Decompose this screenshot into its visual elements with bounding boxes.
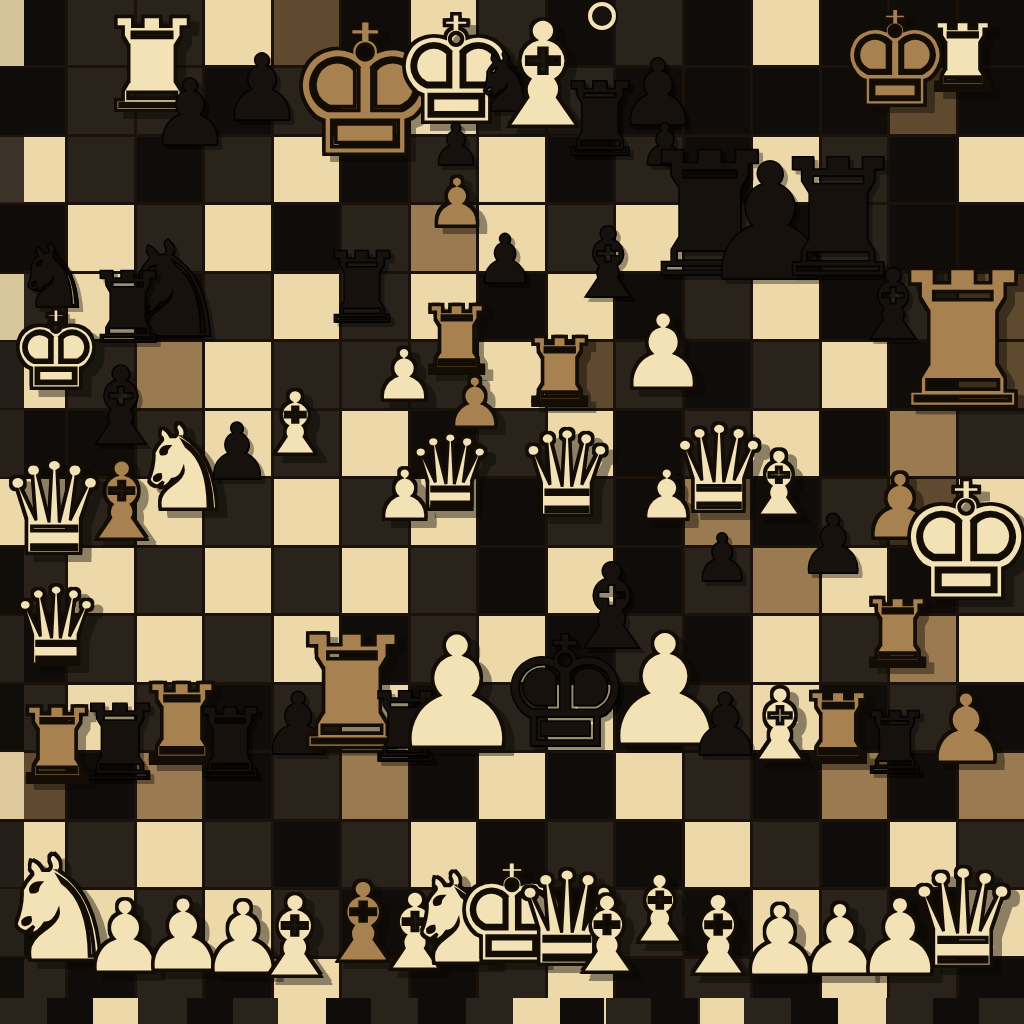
cream-pawn[interactable]: ♟ <box>374 460 437 530</box>
cream-rook[interactable]: ♜ <box>921 11 1005 105</box>
black-rook[interactable]: ♜ <box>318 239 406 337</box>
tan-pawn[interactable]: ♟ <box>923 681 1009 777</box>
cream-queen[interactable]: ♛ <box>8 573 105 681</box>
cream-bishop[interactable]: ♝ <box>256 380 335 468</box>
black-rook[interactable]: ♜ <box>84 259 172 357</box>
black-bishop[interactable]: ♝ <box>849 256 937 354</box>
cream-queen[interactable]: ♛ <box>514 415 620 533</box>
ring-ornament-icon <box>588 2 616 30</box>
cream-pawn[interactable]: ♟ <box>372 339 437 411</box>
cream-pawn[interactable]: ♟ <box>616 300 709 404</box>
chess-illustration: ♜♟♟♚♚♞♝♜♟♟♟♜♟♜♚♜♟♟♝♞♜♞♚♜♝♝♛♛♞♟♝♜♟♟♜♟♜♝♛♛… <box>0 0 1024 1024</box>
black-pawn[interactable]: ♟ <box>149 68 231 160</box>
tan-rook[interactable]: ♜ <box>856 587 940 681</box>
pieces-layer: ♜♟♟♚♚♞♝♜♟♟♟♜♟♜♚♜♟♟♝♞♜♞♚♜♝♝♛♛♞♟♝♜♟♟♜♟♜♝♛♛… <box>0 0 1024 1024</box>
black-pawn[interactable]: ♟ <box>692 526 751 592</box>
black-pawn[interactable]: ♟ <box>475 226 536 294</box>
cream-queen[interactable]: ♛ <box>902 851 1024 987</box>
cream-queen[interactable]: ♛ <box>0 445 111 573</box>
